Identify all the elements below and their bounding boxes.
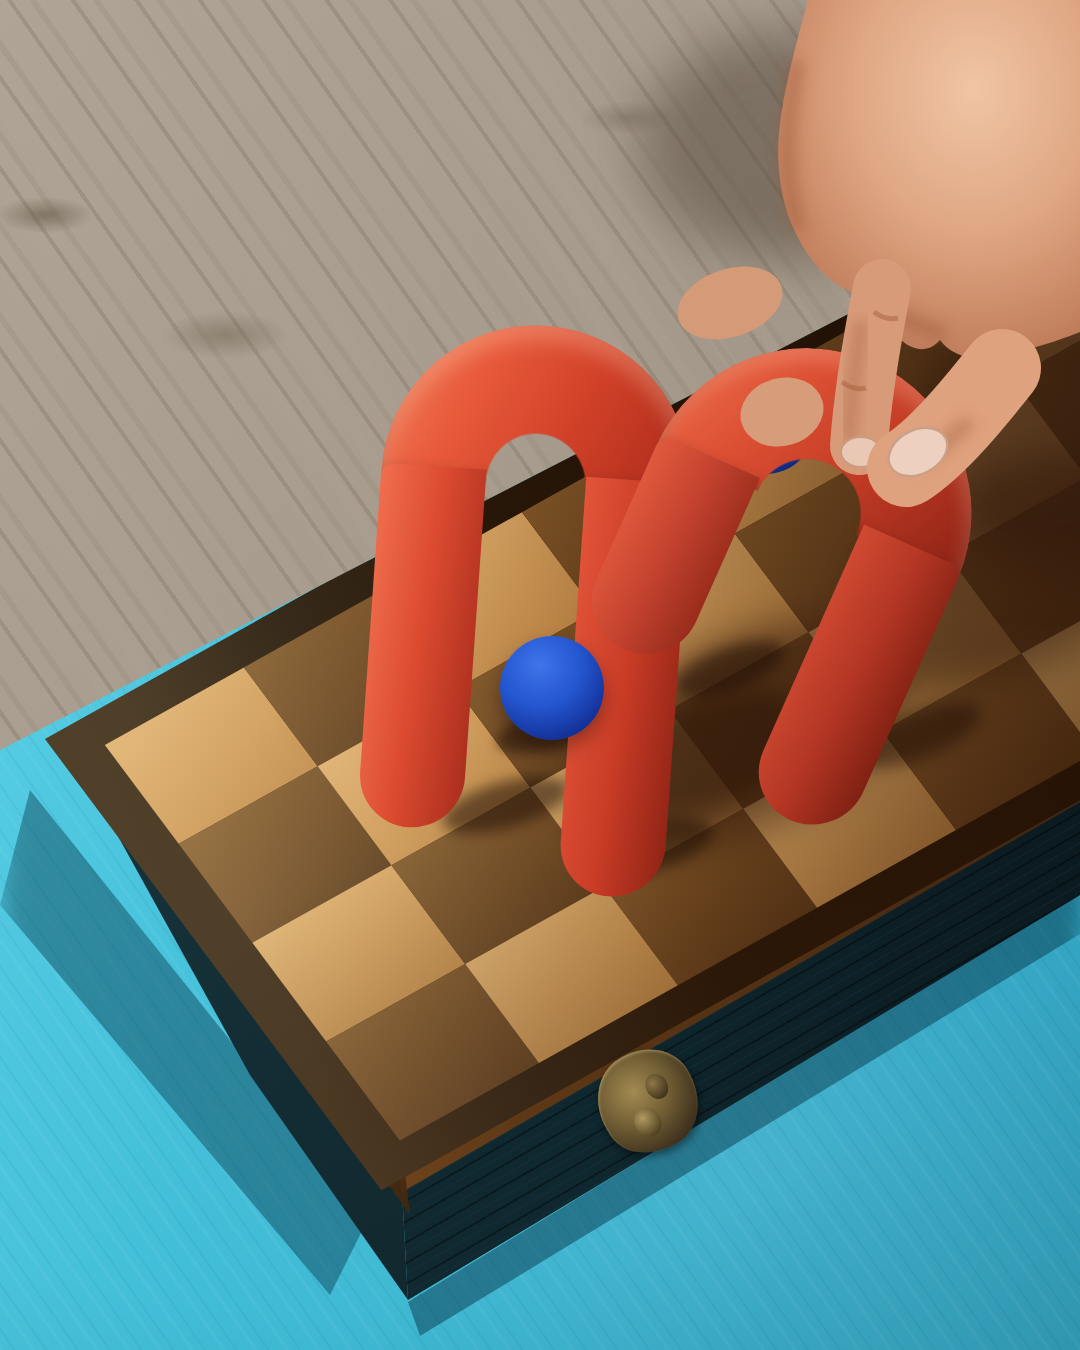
hand-mass: [778, 0, 1080, 358]
fingertip-middle: [733, 368, 832, 455]
human-hand: [630, 0, 1080, 560]
index-finger: [859, 288, 882, 446]
scene: [0, 0, 1080, 1350]
fingertip-behind-icon: [668, 254, 792, 352]
